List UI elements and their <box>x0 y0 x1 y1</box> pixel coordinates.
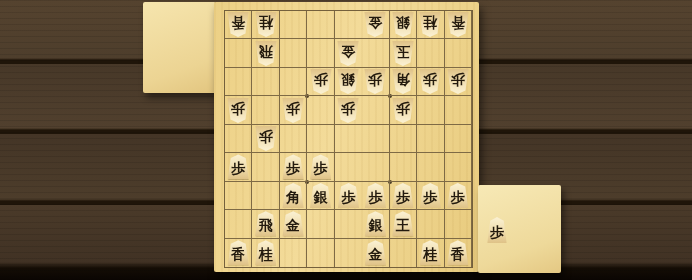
piece-sente-silver[interactable]: 銀 <box>364 211 386 236</box>
cell-3i[interactable] <box>390 239 417 267</box>
cell-1c[interactable]: 歩 <box>445 68 472 96</box>
piece-sente-bishop[interactable]: 角 <box>282 183 304 208</box>
cell-8h[interactable]: 飛 <box>252 210 279 238</box>
cell-4g[interactable]: 歩 <box>362 182 389 210</box>
piece-sente-pawn[interactable]: 歩 <box>310 154 332 179</box>
cell-8a[interactable]: 桂 <box>252 11 279 39</box>
cell-6e[interactable] <box>307 125 334 153</box>
cell-6f[interactable]: 歩 <box>307 153 334 181</box>
piece-gote-king[interactable]: 玉 <box>392 41 414 66</box>
cell-2a[interactable]: 桂 <box>417 11 444 39</box>
piece-sente-pawn-in-hand[interactable]: 歩 <box>487 217 507 243</box>
cell-5d[interactable]: 歩 <box>335 96 362 124</box>
cell-3h[interactable]: 王 <box>390 210 417 238</box>
piece-sente-king[interactable]: 王 <box>392 211 414 236</box>
piece-gote-bishop[interactable]: 角 <box>392 69 414 94</box>
cell-6h[interactable] <box>307 210 334 238</box>
cell-4b[interactable] <box>362 39 389 67</box>
piece-gote-pawn[interactable]: 歩 <box>282 98 304 123</box>
piece-sente-pawn[interactable]: 歩 <box>364 183 386 208</box>
piece-sente-lance[interactable]: 香 <box>447 240 469 265</box>
cell-6i[interactable] <box>307 239 334 267</box>
cell-7e[interactable] <box>280 125 307 153</box>
sente-piece-stand: 歩 <box>478 185 561 273</box>
cell-5c[interactable]: 銀 <box>335 68 362 96</box>
cell-9i[interactable]: 香 <box>225 239 252 267</box>
cell-5e[interactable] <box>335 125 362 153</box>
cell-6g[interactable]: 銀 <box>307 182 334 210</box>
cell-1b[interactable] <box>445 39 472 67</box>
cell-1e[interactable] <box>445 125 472 153</box>
cell-2h[interactable] <box>417 210 444 238</box>
cell-3c[interactable]: 角 <box>390 68 417 96</box>
cell-7d[interactable]: 歩 <box>280 96 307 124</box>
piece-gote-pawn[interactable]: 歩 <box>419 69 441 94</box>
piece-gote-pawn[interactable]: 歩 <box>392 98 414 123</box>
cell-3f[interactable] <box>390 153 417 181</box>
cell-2f[interactable] <box>417 153 444 181</box>
shogi-photo: { "game": "shogi", "view": "overhead pho… <box>0 0 692 280</box>
piece-sente-lance[interactable]: 香 <box>227 240 249 265</box>
piece-gote-gold[interactable]: 金 <box>364 12 386 37</box>
cell-8d[interactable] <box>252 96 279 124</box>
shogi-board: 香桂金銀桂香飛金玉歩銀歩角歩歩歩歩歩歩歩歩歩歩角銀歩歩歩歩歩飛金銀王香桂金桂香 <box>214 2 479 272</box>
piece-gote-pawn[interactable]: 歩 <box>255 126 277 151</box>
cell-7g[interactable]: 角 <box>280 182 307 210</box>
piece-sente-pawn[interactable]: 歩 <box>337 183 359 208</box>
cell-9d[interactable]: 歩 <box>225 96 252 124</box>
piece-gote-lance[interactable]: 香 <box>447 12 469 37</box>
cell-5f[interactable] <box>335 153 362 181</box>
cell-2b[interactable] <box>417 39 444 67</box>
cell-4h[interactable]: 銀 <box>362 210 389 238</box>
cell-7c[interactable] <box>280 68 307 96</box>
cell-8g[interactable] <box>252 182 279 210</box>
piece-sente-rook[interactable]: 飛 <box>255 211 277 236</box>
piece-sente-pawn[interactable]: 歩 <box>282 154 304 179</box>
cell-8c[interactable] <box>252 68 279 96</box>
cell-5h[interactable] <box>335 210 362 238</box>
piece-gote-silver[interactable]: 銀 <box>337 69 359 94</box>
cell-6c[interactable]: 歩 <box>307 68 334 96</box>
cell-1i[interactable]: 香 <box>445 239 472 267</box>
cell-5a[interactable] <box>335 11 362 39</box>
cell-4f[interactable] <box>362 153 389 181</box>
cell-1h[interactable] <box>445 210 472 238</box>
cell-7i[interactable] <box>280 239 307 267</box>
cell-5b[interactable]: 金 <box>335 39 362 67</box>
cell-3a[interactable]: 銀 <box>390 11 417 39</box>
piece-gote-pawn[interactable]: 歩 <box>447 69 469 94</box>
cell-9c[interactable] <box>225 68 252 96</box>
board-grid: 香桂金銀桂香飛金玉歩銀歩角歩歩歩歩歩歩歩歩歩歩角銀歩歩歩歩歩飛金銀王香桂金桂香 <box>224 10 473 268</box>
cell-2e[interactable] <box>417 125 444 153</box>
cell-9f[interactable]: 歩 <box>225 153 252 181</box>
cell-8f[interactable] <box>252 153 279 181</box>
cell-7b[interactable] <box>280 39 307 67</box>
piece-sente-pawn[interactable]: 歩 <box>227 154 249 179</box>
cell-3d[interactable]: 歩 <box>390 96 417 124</box>
gote-piece-stand <box>143 2 216 93</box>
cell-9b[interactable] <box>225 39 252 67</box>
cell-4i[interactable]: 金 <box>362 239 389 267</box>
piece-gote-knight[interactable]: 桂 <box>255 12 277 37</box>
piece-sente-knight[interactable]: 桂 <box>255 240 277 265</box>
cell-5g[interactable]: 歩 <box>335 182 362 210</box>
cell-2g[interactable]: 歩 <box>417 182 444 210</box>
cell-1d[interactable] <box>445 96 472 124</box>
cell-1a[interactable]: 香 <box>445 11 472 39</box>
cell-7f[interactable]: 歩 <box>280 153 307 181</box>
piece-sente-gold[interactable]: 金 <box>364 240 386 265</box>
cell-2c[interactable]: 歩 <box>417 68 444 96</box>
piece-gote-pawn[interactable]: 歩 <box>337 98 359 123</box>
piece-gote-rook[interactable]: 飛 <box>255 41 277 66</box>
cell-2d[interactable] <box>417 96 444 124</box>
cell-7h[interactable]: 金 <box>280 210 307 238</box>
cell-5i[interactable] <box>335 239 362 267</box>
piece-sente-silver[interactable]: 銀 <box>310 183 332 208</box>
cell-9h[interactable] <box>225 210 252 238</box>
piece-gote-gold[interactable]: 金 <box>337 41 359 66</box>
piece-gote-knight[interactable]: 桂 <box>419 12 441 37</box>
cell-1f[interactable] <box>445 153 472 181</box>
cell-3e[interactable] <box>390 125 417 153</box>
piece-sente-pawn[interactable]: 歩 <box>392 183 414 208</box>
piece-sente-pawn[interactable]: 歩 <box>447 183 469 208</box>
cell-6a[interactable] <box>307 11 334 39</box>
piece-sente-knight[interactable]: 桂 <box>419 240 441 265</box>
piece-gote-pawn[interactable]: 歩 <box>227 98 249 123</box>
cell-4c[interactable]: 歩 <box>362 68 389 96</box>
piece-gote-pawn[interactable]: 歩 <box>310 69 332 94</box>
piece-sente-gold[interactable]: 金 <box>282 211 304 236</box>
cell-4d[interactable] <box>362 96 389 124</box>
cell-4e[interactable] <box>362 125 389 153</box>
cell-9e[interactable] <box>225 125 252 153</box>
piece-gote-silver[interactable]: 銀 <box>392 12 414 37</box>
cell-9a[interactable]: 香 <box>225 11 252 39</box>
cell-8i[interactable]: 桂 <box>252 239 279 267</box>
cell-9g[interactable] <box>225 182 252 210</box>
cell-1g[interactable]: 歩 <box>445 182 472 210</box>
cell-3g[interactable]: 歩 <box>390 182 417 210</box>
cell-3b[interactable]: 玉 <box>390 39 417 67</box>
piece-gote-lance[interactable]: 香 <box>227 12 249 37</box>
piece-sente-pawn[interactable]: 歩 <box>419 183 441 208</box>
cell-8b[interactable]: 飛 <box>252 39 279 67</box>
cell-6d[interactable] <box>307 96 334 124</box>
cell-6b[interactable] <box>307 39 334 67</box>
cell-2i[interactable]: 桂 <box>417 239 444 267</box>
cell-4a[interactable]: 金 <box>362 11 389 39</box>
piece-gote-pawn[interactable]: 歩 <box>364 69 386 94</box>
cell-7a[interactable] <box>280 11 307 39</box>
cell-8e[interactable]: 歩 <box>252 125 279 153</box>
